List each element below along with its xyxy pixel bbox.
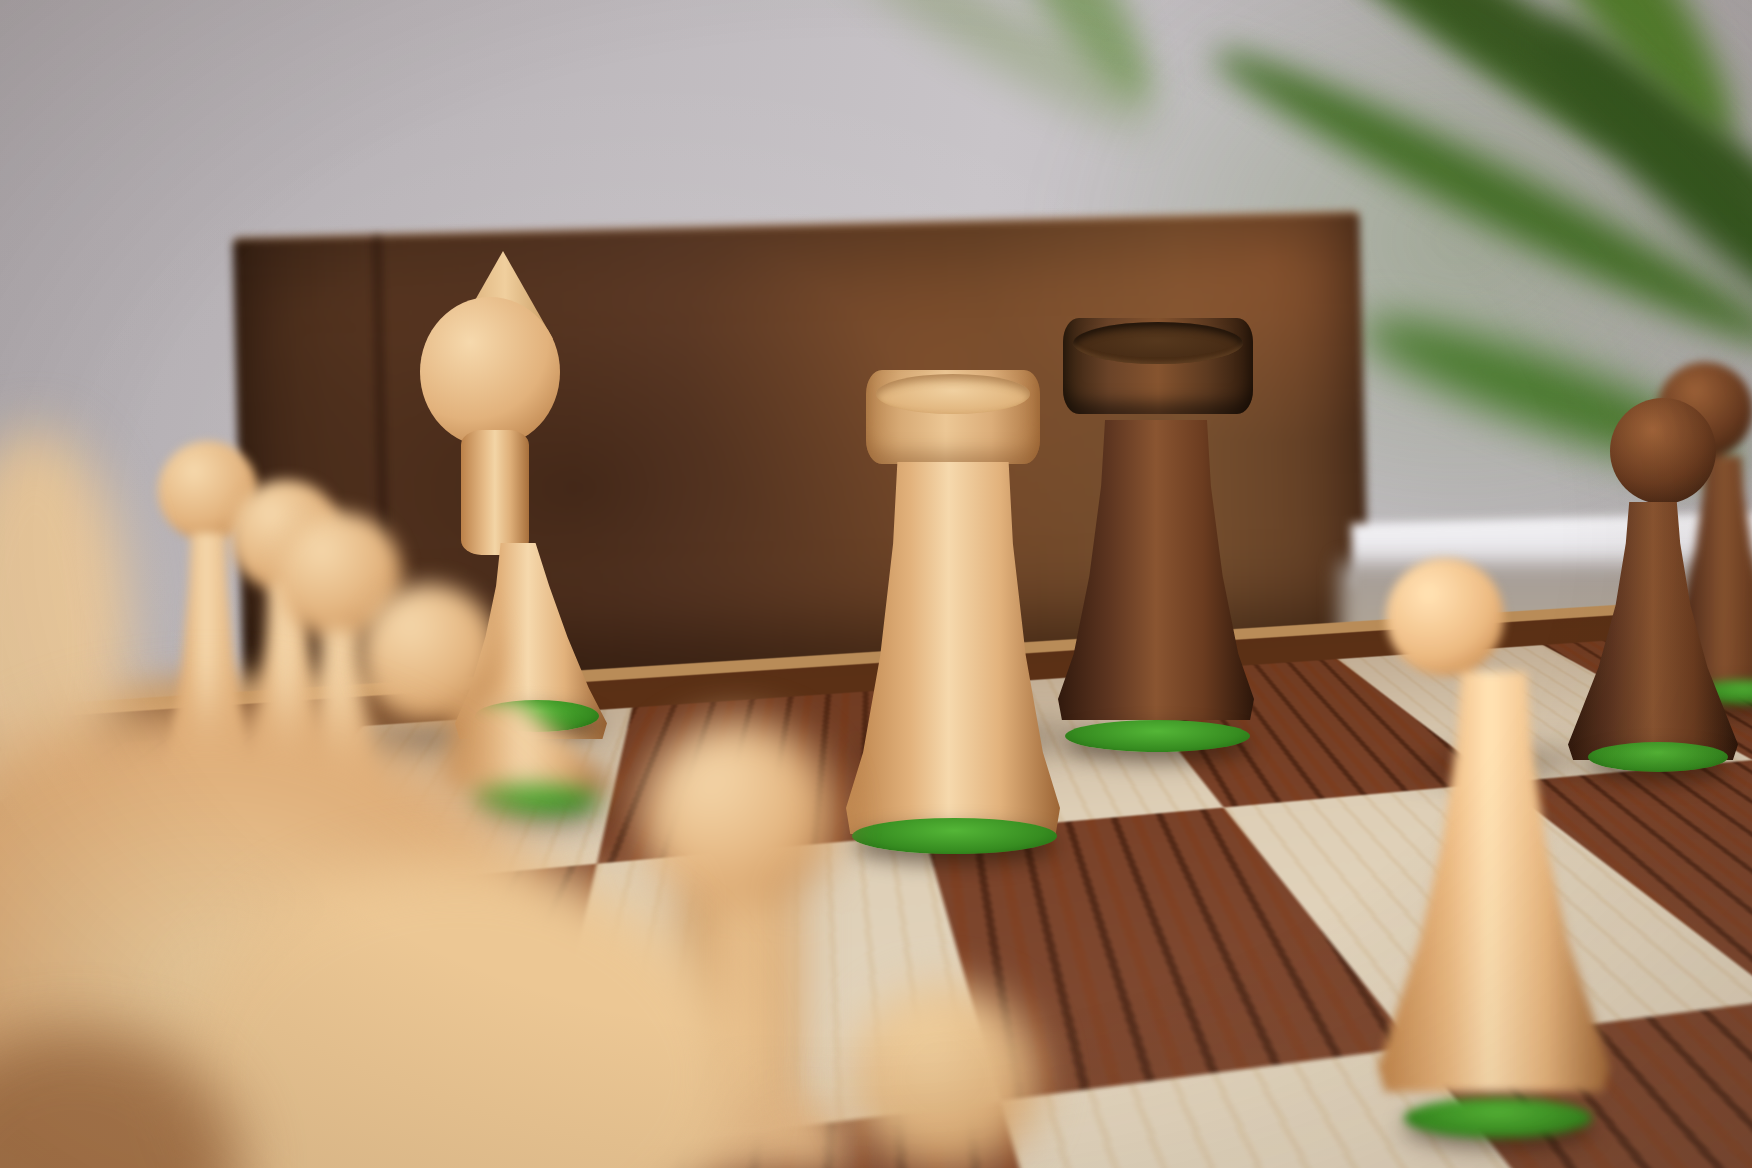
felt-base — [1404, 1098, 1592, 1138]
rook-body — [846, 462, 1060, 834]
rook-body — [1058, 420, 1254, 720]
pawn-head — [1610, 398, 1716, 504]
black-rook — [1048, 312, 1260, 760]
king-neck — [461, 430, 529, 555]
felt-base — [852, 818, 1057, 854]
pawn-body — [440, 700, 612, 792]
white-piece-blur — [850, 985, 1040, 1168]
king-finial-bulb — [420, 297, 560, 447]
white-pawn — [1372, 556, 1617, 1144]
white-rook — [838, 366, 1068, 858]
rook-cap-top — [876, 374, 1030, 414]
pawn-head — [1386, 558, 1504, 676]
felt-base — [1065, 720, 1250, 752]
rook-cap-top — [1073, 322, 1243, 364]
pawn-head — [640, 720, 835, 915]
chess-photo-scene — [0, 0, 1752, 1168]
pawn-body — [1378, 672, 1610, 1092]
